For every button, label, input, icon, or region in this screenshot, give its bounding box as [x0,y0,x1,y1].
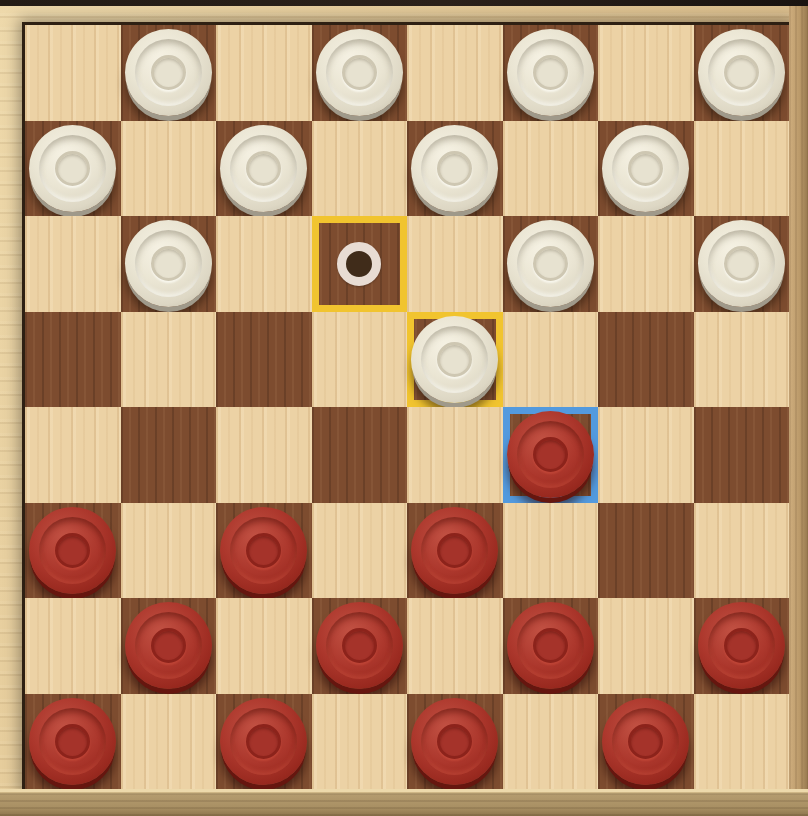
square-r6c4 [312,503,408,599]
square-r7c5 [407,598,503,694]
square-r6c6 [503,503,599,599]
square-r6c1[interactable] [25,503,121,599]
red-piece[interactable] [698,602,785,689]
square-r5c3 [216,407,312,503]
square-r1c8[interactable] [694,25,790,121]
white-piece[interactable] [507,29,594,116]
white-piece[interactable] [602,125,689,212]
square-r5c7 [598,407,694,503]
square-r4c3[interactable] [216,312,312,408]
red-piece[interactable] [29,698,116,785]
red-piece[interactable] [125,602,212,689]
checkers-app-window [0,0,808,816]
square-r7c1 [25,598,121,694]
white-piece[interactable] [125,29,212,116]
red-piece[interactable] [411,698,498,785]
square-r8c8 [694,694,790,790]
square-r4c5-highlighted-yellow[interactable] [407,312,503,408]
square-r8c3[interactable] [216,694,312,790]
white-piece[interactable] [411,125,498,212]
square-r7c4[interactable] [312,598,408,694]
white-piece[interactable] [698,29,785,116]
red-piece[interactable] [316,602,403,689]
window-top-shadow [0,0,808,6]
white-piece[interactable] [316,29,403,116]
square-r2c5[interactable] [407,121,503,217]
square-r2c4 [312,121,408,217]
white-piece[interactable] [125,220,212,307]
square-r6c2 [121,503,217,599]
square-r2c2 [121,121,217,217]
square-r2c1[interactable] [25,121,121,217]
white-piece[interactable] [29,125,116,212]
red-piece[interactable] [220,698,307,785]
square-r7c7 [598,598,694,694]
square-r1c5 [407,25,503,121]
square-r4c2 [121,312,217,408]
square-r8c1[interactable] [25,694,121,790]
square-r8c6 [503,694,599,790]
square-r3c7 [598,216,694,312]
white-piece[interactable] [220,125,307,212]
white-piece[interactable] [507,220,594,307]
square-r4c4 [312,312,408,408]
board-frame-bottom [0,789,808,816]
square-r8c2 [121,694,217,790]
red-piece[interactable] [220,507,307,594]
square-r7c8[interactable] [694,598,790,694]
square-r3c8[interactable] [694,216,790,312]
square-r6c8 [694,503,790,599]
square-r5c5 [407,407,503,503]
board-frame-right [789,6,808,789]
square-r1c6[interactable] [503,25,599,121]
square-r8c5[interactable] [407,694,503,790]
square-r6c5[interactable] [407,503,503,599]
square-r4c8 [694,312,790,408]
square-r1c2[interactable] [121,25,217,121]
square-r5c6-highlighted-blue[interactable] [503,407,599,503]
square-r4c1[interactable] [25,312,121,408]
square-r2c7[interactable] [598,121,694,217]
square-r7c3 [216,598,312,694]
square-r2c8 [694,121,790,217]
square-r7c6[interactable] [503,598,599,694]
square-r5c2[interactable] [121,407,217,503]
square-r3c5 [407,216,503,312]
red-piece[interactable] [411,507,498,594]
red-piece[interactable] [507,411,594,498]
checkers-board [25,25,789,789]
square-r5c1 [25,407,121,503]
square-r8c7[interactable] [598,694,694,790]
square-r1c7 [598,25,694,121]
square-r4c7[interactable] [598,312,694,408]
square-r6c7[interactable] [598,503,694,599]
square-r6c3[interactable] [216,503,312,599]
square-r5c4[interactable] [312,407,408,503]
move-origin-marker [337,242,381,286]
square-r7c2[interactable] [121,598,217,694]
square-r3c3 [216,216,312,312]
square-r1c1 [25,25,121,121]
square-r4c6 [503,312,599,408]
square-r8c4 [312,694,408,790]
white-piece[interactable] [411,316,498,403]
square-r3c6[interactable] [503,216,599,312]
square-r3c4-highlighted-yellow[interactable] [312,216,408,312]
red-piece[interactable] [602,698,689,785]
square-r1c3 [216,25,312,121]
white-piece[interactable] [698,220,785,307]
square-r3c2[interactable] [121,216,217,312]
square-r2c3[interactable] [216,121,312,217]
square-r1c4[interactable] [312,25,408,121]
square-r5c8[interactable] [694,407,790,503]
square-r3c1 [25,216,121,312]
red-piece[interactable] [29,507,116,594]
red-piece[interactable] [507,602,594,689]
square-r2c6 [503,121,599,217]
